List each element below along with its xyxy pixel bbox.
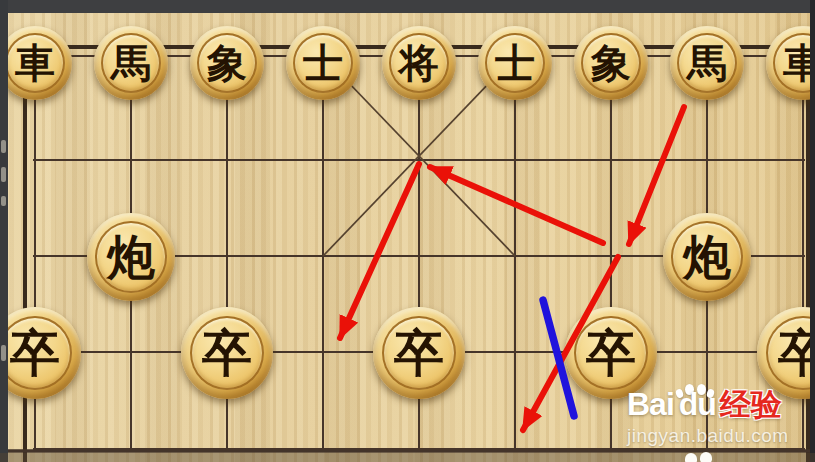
left-edge-artifact — [1, 345, 6, 361]
left-edge-artifact — [1, 167, 6, 182]
cut-paw-icon — [700, 452, 712, 462]
red-arrow-to-palace-center — [430, 167, 603, 243]
left-edge-artifact — [1, 196, 6, 206]
watermark-url: jingyan.baidu.com — [627, 425, 789, 447]
baidu-jingyan-watermark: Bai du 经验 jingyan.baidu.com — [627, 384, 789, 447]
right-edge-bar — [810, 0, 815, 462]
red-arrow-from-horse-down — [629, 107, 684, 244]
xiangqi-board-screenshot: 車馬象士将士象馬車炮炮卒卒卒卒卒 Bai du 经验 j — [0, 0, 815, 462]
baidu-logo: Bai du 经验 — [627, 384, 789, 420]
watermark-du-text: du — [679, 388, 716, 420]
red-arrow-palace-to-soldier-row — [340, 164, 419, 338]
watermark-jingyan-text: 经验 — [720, 389, 782, 420]
cut-paw-icon — [685, 453, 697, 462]
baidu-paw-icon: du — [675, 384, 715, 420]
blue-stroke — [543, 300, 574, 416]
watermark-bai-text: Bai — [627, 388, 674, 420]
left-edge-artifact — [1, 140, 6, 153]
top-edge-bar — [0, 0, 815, 13]
left-edge-bar — [0, 0, 8, 462]
